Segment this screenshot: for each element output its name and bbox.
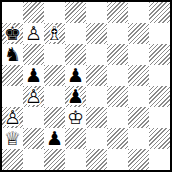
square-c1[interactable] [44, 149, 65, 170]
black-king-icon: ♚ [2, 23, 23, 44]
square-f6[interactable] [107, 44, 128, 65]
white-queen-icon: ♕ [2, 128, 23, 149]
white-king-icon: ♔ [65, 107, 86, 128]
square-d4[interactable]: ♟♟ [65, 86, 86, 107]
square-h7[interactable] [149, 23, 170, 44]
square-h3[interactable] [149, 107, 170, 128]
square-f5[interactable] [107, 65, 128, 86]
square-h8[interactable] [149, 2, 170, 23]
square-b6[interactable] [23, 44, 44, 65]
black-pawn-icon: ♟ [65, 86, 86, 107]
square-d6[interactable] [65, 44, 86, 65]
white-pawn-halo: ♟ [2, 107, 23, 128]
white-pawn-halo: ♟ [23, 86, 44, 107]
square-f1[interactable] [107, 149, 128, 170]
square-d1[interactable] [65, 149, 86, 170]
square-f8[interactable] [107, 2, 128, 23]
square-a3[interactable]: ♟♙ [2, 107, 23, 128]
square-c4[interactable] [44, 86, 65, 107]
black-knight-halo: ♞ [2, 44, 23, 65]
black-pawn-icon: ♟ [65, 65, 86, 86]
square-g5[interactable] [128, 65, 149, 86]
square-a1[interactable] [2, 149, 23, 170]
square-a8[interactable] [2, 2, 23, 23]
square-g8[interactable] [128, 2, 149, 23]
square-c3[interactable] [44, 107, 65, 128]
square-d2[interactable] [65, 128, 86, 149]
white-pawn-icon: ♙ [23, 23, 44, 44]
square-h1[interactable] [149, 149, 170, 170]
square-a4[interactable] [2, 86, 23, 107]
square-a2[interactable]: ♛♕ [2, 128, 23, 149]
square-b8[interactable] [23, 2, 44, 23]
square-c2[interactable]: ♟♟ [44, 128, 65, 149]
black-pawn-halo: ♟ [65, 86, 86, 107]
square-e2[interactable] [86, 128, 107, 149]
square-b7[interactable]: ♟♙ [23, 23, 44, 44]
square-c7[interactable]: ♝♗ [44, 23, 65, 44]
square-e6[interactable] [86, 44, 107, 65]
white-bishop-icon: ♗ [44, 23, 65, 44]
square-d3[interactable]: ♚♔ [65, 107, 86, 128]
square-f3[interactable] [107, 107, 128, 128]
white-pawn-icon: ♙ [23, 86, 44, 107]
black-knight-icon: ♞ [2, 44, 23, 65]
square-b2[interactable] [23, 128, 44, 149]
square-e3[interactable] [86, 107, 107, 128]
square-a5[interactable] [2, 65, 23, 86]
white-pawn-halo: ♟ [23, 23, 44, 44]
square-d8[interactable] [65, 2, 86, 23]
square-b1[interactable] [23, 149, 44, 170]
white-king-halo: ♚ [65, 107, 86, 128]
black-pawn-halo: ♟ [65, 65, 86, 86]
square-e7[interactable] [86, 23, 107, 44]
square-f7[interactable] [107, 23, 128, 44]
white-pawn-icon: ♙ [2, 107, 23, 128]
square-g1[interactable] [128, 149, 149, 170]
square-b5[interactable]: ♟♟ [23, 65, 44, 86]
black-king-halo: ♚ [2, 23, 23, 44]
square-h5[interactable] [149, 65, 170, 86]
square-f4[interactable] [107, 86, 128, 107]
black-pawn-icon: ♟ [44, 128, 65, 149]
square-h4[interactable] [149, 86, 170, 107]
black-pawn-halo: ♟ [44, 128, 65, 149]
white-bishop-halo: ♝ [44, 23, 65, 44]
square-a7[interactable]: ♚♚ [2, 23, 23, 44]
black-pawn-halo: ♟ [23, 65, 44, 86]
square-g7[interactable] [128, 23, 149, 44]
square-g3[interactable] [128, 107, 149, 128]
square-g4[interactable] [128, 86, 149, 107]
square-c8[interactable] [44, 2, 65, 23]
black-pawn-icon: ♟ [23, 65, 44, 86]
square-a6[interactable]: ♞♞ [2, 44, 23, 65]
square-c6[interactable] [44, 44, 65, 65]
square-d5[interactable]: ♟♟ [65, 65, 86, 86]
white-queen-halo: ♛ [2, 128, 23, 149]
square-d7[interactable] [65, 23, 86, 44]
square-g2[interactable] [128, 128, 149, 149]
square-e4[interactable] [86, 86, 107, 107]
square-b3[interactable] [23, 107, 44, 128]
chess-diagram: ♚♚♟♙♝♗♞♞♟♟♟♟♟♙♟♟♟♙♚♔♛♕♟♟ [0, 0, 172, 172]
square-c5[interactable] [44, 65, 65, 86]
square-h6[interactable] [149, 44, 170, 65]
chess-board: ♚♚♟♙♝♗♞♞♟♟♟♟♟♙♟♟♟♙♚♔♛♕♟♟ [2, 2, 170, 170]
square-h2[interactable] [149, 128, 170, 149]
square-e1[interactable] [86, 149, 107, 170]
square-g6[interactable] [128, 44, 149, 65]
square-f2[interactable] [107, 128, 128, 149]
square-b4[interactable]: ♟♙ [23, 86, 44, 107]
square-e8[interactable] [86, 2, 107, 23]
square-e5[interactable] [86, 65, 107, 86]
